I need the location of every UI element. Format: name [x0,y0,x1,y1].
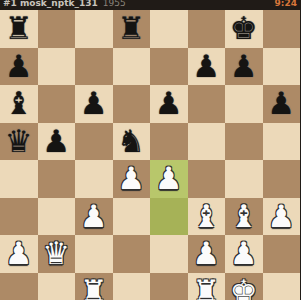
square-b4[interactable] [38,160,76,198]
square-f2[interactable]: ♟ [188,235,226,273]
black-knight[interactable]: ♞ [117,123,145,161]
black-pawn[interactable]: ♟ [42,123,70,161]
square-h5[interactable] [263,123,301,161]
square-c3[interactable]: ♟ [75,198,113,236]
game-year: 1955 [103,0,126,9]
black-queen[interactable]: ♛ [5,123,33,161]
square-c8[interactable] [75,10,113,48]
square-e2[interactable] [150,235,188,273]
white-pawn[interactable]: ♟ [5,235,33,273]
white-rook[interactable]: ♜ [192,273,220,300]
square-d5[interactable]: ♞ [113,123,151,161]
square-b5[interactable]: ♟ [38,123,76,161]
square-h1[interactable] [263,273,301,300]
square-a5[interactable]: ♛ [0,123,38,161]
square-f6[interactable] [188,85,226,123]
square-d2[interactable] [113,235,151,273]
white-pawn[interactable]: ♟ [80,198,108,236]
square-f8[interactable] [188,10,226,48]
square-g6[interactable] [225,85,263,123]
square-c7[interactable] [75,48,113,86]
square-a3[interactable] [0,198,38,236]
white-queen[interactable]: ♛ [42,235,70,273]
square-a7[interactable]: ♟ [0,48,38,86]
square-f7[interactable]: ♟ [188,48,226,86]
white-pawn[interactable]: ♟ [192,235,220,273]
square-g2[interactable]: ♟ [225,235,263,273]
game-title: #1 mosk_nptk_131 [3,0,98,9]
black-pawn[interactable]: ♟ [155,85,183,123]
white-pawn[interactable]: ♟ [117,160,145,198]
square-e6[interactable]: ♟ [150,85,188,123]
square-d7[interactable] [113,48,151,86]
square-d8[interactable]: ♜ [113,10,151,48]
square-b7[interactable] [38,48,76,86]
white-pawn[interactable]: ♟ [155,160,183,198]
square-e1[interactable] [150,273,188,300]
square-g8[interactable]: ♚ [225,10,263,48]
square-h2[interactable] [263,235,301,273]
square-b8[interactable] [38,10,76,48]
square-f1[interactable]: ♜ [188,273,226,300]
square-f4[interactable] [188,160,226,198]
square-c6[interactable]: ♟ [75,85,113,123]
square-e5[interactable] [150,123,188,161]
square-g1[interactable]: ♚ [225,273,263,300]
square-e8[interactable] [150,10,188,48]
square-a1[interactable] [0,273,38,300]
square-a6[interactable]: ♝ [0,85,38,123]
square-d3[interactable] [113,198,151,236]
square-b6[interactable] [38,85,76,123]
square-d6[interactable] [113,85,151,123]
square-h4[interactable] [263,160,301,198]
square-f5[interactable] [188,123,226,161]
black-pawn[interactable]: ♟ [192,48,220,86]
black-rook[interactable]: ♜ [117,10,145,48]
square-h3[interactable]: ♟ [263,198,301,236]
black-pawn[interactable]: ♟ [267,85,295,123]
square-c2[interactable] [75,235,113,273]
square-g5[interactable] [225,123,263,161]
white-pawn[interactable]: ♟ [230,235,258,273]
square-b1[interactable] [38,273,76,300]
white-king[interactable]: ♚ [230,273,258,300]
square-a8[interactable]: ♜ [0,10,38,48]
square-a4[interactable] [0,160,38,198]
white-bishop[interactable]: ♝ [192,198,220,236]
black-rook[interactable]: ♜ [5,10,33,48]
title-bar: #1 mosk_nptk_131 1955 9:24 [0,0,300,10]
square-g3[interactable]: ♝ [225,198,263,236]
square-a2[interactable]: ♟ [0,235,38,273]
square-f3[interactable]: ♝ [188,198,226,236]
square-e7[interactable] [150,48,188,86]
square-c5[interactable] [75,123,113,161]
square-c4[interactable] [75,160,113,198]
square-h6[interactable]: ♟ [263,85,301,123]
chess-board[interactable]: ♜♜♚♟♟♟♝♟♟♟♛♟♞♟♟♟♝♝♟♟♛♟♟♜♜♚ [0,10,300,300]
white-bishop[interactable]: ♝ [230,198,258,236]
square-g4[interactable] [225,160,263,198]
square-b2[interactable]: ♛ [38,235,76,273]
black-pawn[interactable]: ♟ [230,48,258,86]
black-king[interactable]: ♚ [230,10,258,48]
black-pawn[interactable]: ♟ [5,48,33,86]
clock: 9:24 [275,0,297,9]
black-bishop[interactable]: ♝ [5,85,33,123]
square-e3[interactable] [150,198,188,236]
square-h8[interactable] [263,10,301,48]
square-g7[interactable]: ♟ [225,48,263,86]
white-pawn[interactable]: ♟ [267,198,295,236]
square-d4[interactable]: ♟ [113,160,151,198]
square-b3[interactable] [38,198,76,236]
black-pawn[interactable]: ♟ [80,85,108,123]
square-e4[interactable]: ♟ [150,160,188,198]
white-rook[interactable]: ♜ [80,273,108,300]
square-d1[interactable] [113,273,151,300]
square-c1[interactable]: ♜ [75,273,113,300]
square-h7[interactable] [263,48,301,86]
